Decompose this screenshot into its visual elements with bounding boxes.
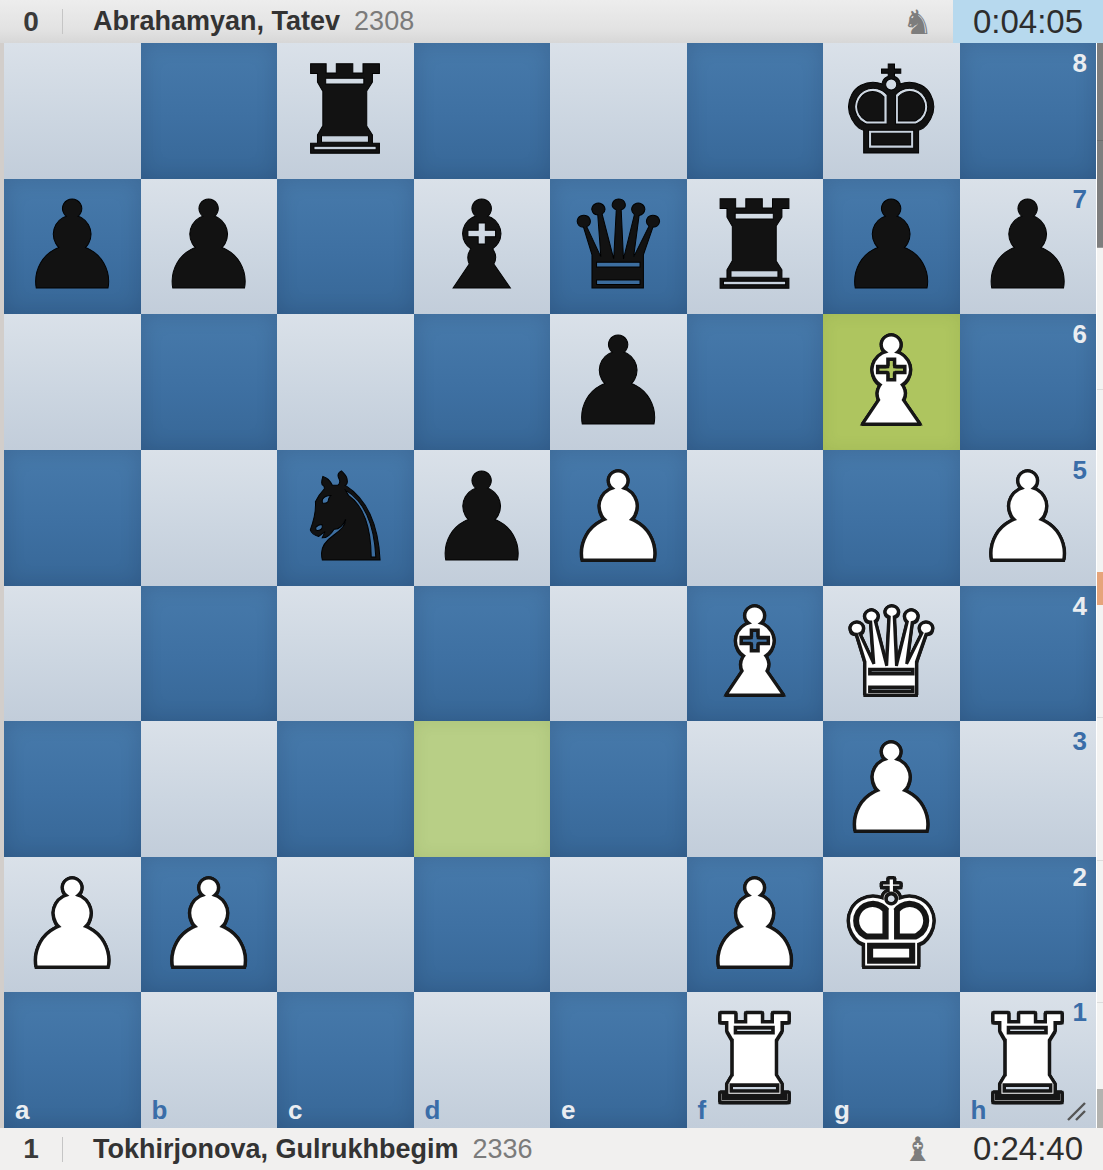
- square-h4[interactable]: 4: [960, 586, 1097, 722]
- rank-label-7: 7: [1073, 186, 1087, 212]
- piece-black-pawn-e6: ♟: [550, 314, 687, 450]
- piece-black-pawn-d5: ♟: [414, 450, 551, 586]
- square-f8[interactable]: [687, 43, 824, 179]
- square-a5[interactable]: [4, 450, 141, 586]
- rank-label-2: 2: [1073, 864, 1087, 890]
- square-h2[interactable]: 2: [960, 857, 1097, 993]
- piece-black-pawn-a7: ♟: [4, 179, 141, 315]
- square-f3[interactable]: [687, 721, 824, 857]
- scroll-bottom-cap[interactable]: [1097, 1089, 1103, 1128]
- square-f7[interactable]: ♜: [687, 179, 824, 315]
- piece-white-pawn-f2: ♟: [687, 857, 824, 993]
- piece-white-king-g2: ♚: [823, 857, 960, 993]
- square-h3[interactable]: 3: [960, 721, 1097, 857]
- square-a3[interactable]: [4, 721, 141, 857]
- file-label-e: e: [561, 1097, 575, 1123]
- piece-white-pawn-e5: ♟: [550, 450, 687, 586]
- square-g3[interactable]: ♟: [823, 721, 960, 857]
- top-player-name: Abrahamyan, Tatev: [93, 6, 340, 37]
- square-e1[interactable]: e: [550, 992, 687, 1128]
- square-g1[interactable]: g: [823, 992, 960, 1128]
- piece-white-bishop-g6: ♝: [823, 314, 960, 450]
- rank-label-4: 4: [1073, 593, 1087, 619]
- piece-black-pawn-b7: ♟: [141, 179, 278, 315]
- rank-label-3: 3: [1073, 728, 1087, 754]
- file-label-g: g: [834, 1097, 850, 1123]
- bottom-player-rating: 2336: [473, 1134, 533, 1165]
- square-b7[interactable]: ♟: [141, 179, 278, 315]
- square-c6[interactable]: [277, 314, 414, 450]
- piece-white-pawn-b2: ♟: [141, 857, 278, 993]
- piece-white-queen-g4: ♛: [823, 586, 960, 722]
- broadcast-board-app: 0 Abrahamyan, Tatev 2308 ♞ 0:04:05 ♜♚8♟♟…: [0, 0, 1103, 1170]
- file-label-b: b: [152, 1097, 168, 1123]
- piece-black-queen-e7: ♛: [550, 179, 687, 315]
- bottom-player-bar: 1 Tokhirjonova, Gulrukhbegim 2336 ♝ 0:24…: [0, 1128, 1103, 1170]
- file-label-c: c: [288, 1097, 302, 1123]
- top-player-bar: 0 Abrahamyan, Tatev 2308 ♞ 0:04:05: [0, 0, 1103, 43]
- piece-black-rook-f7: ♜: [687, 179, 824, 315]
- rank-label-1: 1: [1073, 999, 1087, 1025]
- square-c5[interactable]: ♞: [277, 450, 414, 586]
- piece-black-rook-c8: ♜: [277, 43, 414, 179]
- top-player-rating: 2308: [354, 6, 414, 37]
- square-f5[interactable]: [687, 450, 824, 586]
- square-b3[interactable]: [141, 721, 278, 857]
- square-e3[interactable]: [550, 721, 687, 857]
- square-f4[interactable]: ♝: [687, 586, 824, 722]
- scroll-thumb[interactable]: [1097, 43, 1103, 248]
- square-a4[interactable]: [4, 586, 141, 722]
- board: ♜♚8♟♟♝♛♜♟♟7♟♝6♞♟♟♟5♝♛4♟3♟♟♟♚2abcde♜fg♜1h: [4, 43, 1096, 1128]
- square-a1[interactable]: a: [4, 992, 141, 1128]
- bishop-icon: ♝: [903, 1132, 933, 1166]
- square-d8[interactable]: [414, 43, 551, 179]
- piece-white-pawn-g3: ♟: [823, 721, 960, 857]
- bottom-player-name: Tokhirjonova, Gulrukhbegim: [93, 1134, 459, 1165]
- square-e4[interactable]: [550, 586, 687, 722]
- square-h5[interactable]: ♟5: [960, 450, 1097, 586]
- square-d7[interactable]: ♝: [414, 179, 551, 315]
- rank-label-8: 8: [1073, 50, 1087, 76]
- square-b2[interactable]: ♟: [141, 857, 278, 993]
- bottom-player-clock: 0:24:40: [953, 1130, 1103, 1168]
- bottom-player-score: 1: [0, 1133, 62, 1165]
- file-label-d: d: [425, 1097, 441, 1123]
- board-wrap: ♜♚8♟♟♝♛♜♟♟7♟♝6♞♟♟♟5♝♛4♟3♟♟♟♚2abcde♜fg♜1h: [0, 43, 1096, 1128]
- file-label-f: f: [698, 1097, 707, 1123]
- square-c1[interactable]: c: [277, 992, 414, 1128]
- bottom-bar-divider: [62, 1137, 63, 1162]
- square-g4[interactable]: ♛: [823, 586, 960, 722]
- square-e2[interactable]: [550, 857, 687, 993]
- piece-black-knight-c5: ♞: [277, 450, 414, 586]
- square-a7[interactable]: ♟: [4, 179, 141, 315]
- piece-black-bishop-d7: ♝: [414, 179, 551, 315]
- piece-white-pawn-a2: ♟: [4, 857, 141, 993]
- piece-black-pawn-g7: ♟: [823, 179, 960, 315]
- square-a8[interactable]: [4, 43, 141, 179]
- square-e7[interactable]: ♛: [550, 179, 687, 315]
- square-g7[interactable]: ♟: [823, 179, 960, 315]
- square-c4[interactable]: [277, 586, 414, 722]
- top-player-score: 0: [0, 6, 62, 38]
- piece-white-bishop-f4: ♝: [687, 586, 824, 722]
- square-e5[interactable]: ♟: [550, 450, 687, 586]
- piece-white-rook-f1: ♜: [687, 992, 824, 1128]
- move-scroll-strip[interactable]: [1096, 43, 1103, 1128]
- square-g6[interactable]: ♝: [823, 314, 960, 450]
- file-label-a: a: [15, 1097, 29, 1123]
- square-a6[interactable]: [4, 314, 141, 450]
- scroll-orange-marker[interactable]: [1097, 572, 1103, 605]
- square-h7[interactable]: ♟7: [960, 179, 1097, 315]
- rank-label-6: 6: [1073, 321, 1087, 347]
- square-d6[interactable]: [414, 314, 551, 450]
- square-b6[interactable]: [141, 314, 278, 450]
- square-b8[interactable]: [141, 43, 278, 179]
- resize-handle-icon[interactable]: [1065, 1100, 1087, 1122]
- square-f2[interactable]: ♟: [687, 857, 824, 993]
- square-c2[interactable]: [277, 857, 414, 993]
- square-c7[interactable]: [277, 179, 414, 315]
- top-player-clock: 0:04:05: [953, 0, 1103, 43]
- square-f1[interactable]: ♜f: [687, 992, 824, 1128]
- square-b1[interactable]: b: [141, 992, 278, 1128]
- square-c8[interactable]: ♜: [277, 43, 414, 179]
- square-d5[interactable]: ♟: [414, 450, 551, 586]
- square-d4[interactable]: [414, 586, 551, 722]
- square-d2[interactable]: [414, 857, 551, 993]
- square-h6[interactable]: 6: [960, 314, 1097, 450]
- square-h8[interactable]: 8: [960, 43, 1097, 179]
- square-b5[interactable]: [141, 450, 278, 586]
- file-label-h: h: [971, 1097, 987, 1123]
- square-d1[interactable]: d: [414, 992, 551, 1128]
- piece-black-king-g8: ♚: [823, 43, 960, 179]
- square-g5[interactable]: [823, 450, 960, 586]
- square-a2[interactable]: ♟: [4, 857, 141, 993]
- square-f6[interactable]: [687, 314, 824, 450]
- square-e8[interactable]: [550, 43, 687, 179]
- knight-icon: ♞: [903, 5, 933, 39]
- top-bar-divider: [62, 9, 63, 34]
- square-c3[interactable]: [277, 721, 414, 857]
- rank-label-5: 5: [1073, 457, 1087, 483]
- square-e6[interactable]: ♟: [550, 314, 687, 450]
- square-b4[interactable]: [141, 586, 278, 722]
- square-d3[interactable]: [414, 721, 551, 857]
- square-g8[interactable]: ♚: [823, 43, 960, 179]
- square-g2[interactable]: ♚: [823, 857, 960, 993]
